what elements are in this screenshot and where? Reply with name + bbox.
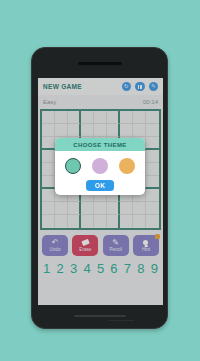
theme-options xyxy=(55,158,145,174)
home-indicator xyxy=(74,315,126,317)
theme-option-orange[interactable] xyxy=(119,158,135,174)
choose-theme-dialog: CHOOSE THEME OK xyxy=(55,138,145,195)
dialog-header: CHOOSE THEME xyxy=(55,138,145,151)
ok-button[interactable]: OK xyxy=(86,180,114,191)
phone-frame: NEW GAME ↻✎ Easy 00:14 ↶UndoErase✎Pencil… xyxy=(31,47,168,329)
phone-speaker xyxy=(78,62,122,65)
theme-option-lavender[interactable] xyxy=(92,158,108,174)
app-screen: NEW GAME ↻✎ Easy 00:14 ↶UndoErase✎Pencil… xyxy=(38,78,163,305)
home-indicator-secondary xyxy=(108,320,134,322)
theme-option-teal[interactable] xyxy=(65,158,81,174)
dialog-title: CHOOSE THEME xyxy=(73,142,126,148)
